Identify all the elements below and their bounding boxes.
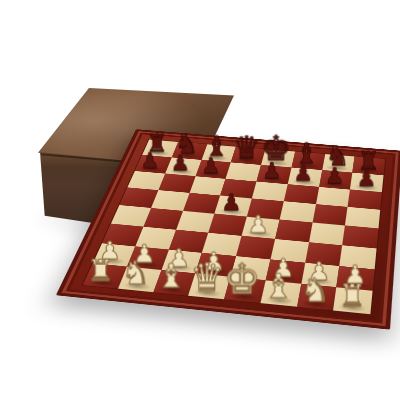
white-pawn-e4: ♟ <box>248 212 269 236</box>
red-pawn-c7: ♟ <box>201 155 221 177</box>
product-photo[interactable]: ♜♞♝♛♚♝♞♜♟♟♟♟♟♟♟♟♟♟♟♟♟♟♟♟♜♞♝♛♚♝♞♜ <box>0 0 400 400</box>
square-e1: ♚ <box>224 277 265 303</box>
square-e4: ♟ <box>242 217 280 239</box>
white-bishop-c1: ♝ <box>156 259 186 292</box>
board-grid: ♜♞♝♛♚♝♞♜♟♟♟♟♟♟♟♟♟♟♟♟♟♟♟♟♜♞♝♛♚♝♞♜ <box>82 139 386 315</box>
square-c1: ♝ <box>153 270 196 296</box>
square-a5 <box>119 187 158 207</box>
square-h6 <box>348 189 382 210</box>
red-pawn-f7: ♟ <box>293 162 313 184</box>
square-b7: ♟ <box>165 157 201 176</box>
square-g1: ♞ <box>297 284 337 310</box>
red-queen-d8: ♛ <box>232 131 260 163</box>
square-d5: ♟ <box>215 196 252 217</box>
square-h4 <box>342 226 378 249</box>
chessboard: ♜♞♝♛♚♝♞♜♟♟♟♟♟♟♟♟♟♟♟♟♟♟♟♟♜♞♝♛♚♝♞♜ <box>96 66 396 366</box>
red-pawn-h7: ♟ <box>356 168 376 190</box>
red-pawn-g7: ♟ <box>325 165 345 187</box>
square-d7 <box>226 162 261 181</box>
white-bishop-f1: ♝ <box>264 270 294 304</box>
square-h5 <box>345 207 380 229</box>
square-g7: ♟ <box>319 170 353 189</box>
white-rook-h1: ♜ <box>338 280 365 310</box>
square-g5 <box>312 204 348 225</box>
chessboard-3d: ♜♞♝♛♚♝♞♜♟♟♟♟♟♟♟♟♟♟♟♟♟♟♟♟♜♞♝♛♚♝♞♜ <box>56 129 400 329</box>
white-king-e1: ♚ <box>224 259 261 300</box>
square-f7: ♟ <box>288 167 322 186</box>
white-knight-b1: ♞ <box>122 257 151 289</box>
red-pawn-e7: ♟ <box>262 160 282 182</box>
white-rook-a1: ♜ <box>88 256 115 286</box>
square-h1: ♜ <box>333 287 372 314</box>
square-e7: ♟ <box>257 165 292 184</box>
red-pawn-b7: ♟ <box>171 152 190 174</box>
square-f1: ♝ <box>260 280 301 306</box>
red-pawn-a7: ♟ <box>141 149 160 171</box>
square-f4 <box>275 220 312 242</box>
white-knight-g1: ♞ <box>301 275 330 308</box>
board-frame: ♜♞♝♛♚♝♞♜♟♟♟♟♟♟♟♟♟♟♟♟♟♟♟♟♜♞♝♛♚♝♞♜ <box>56 129 400 329</box>
red-pawn-d5: ♟ <box>221 191 242 214</box>
white-queen-d1: ♛ <box>190 258 224 296</box>
square-a1: ♜ <box>83 263 127 288</box>
square-d4 <box>209 214 247 236</box>
